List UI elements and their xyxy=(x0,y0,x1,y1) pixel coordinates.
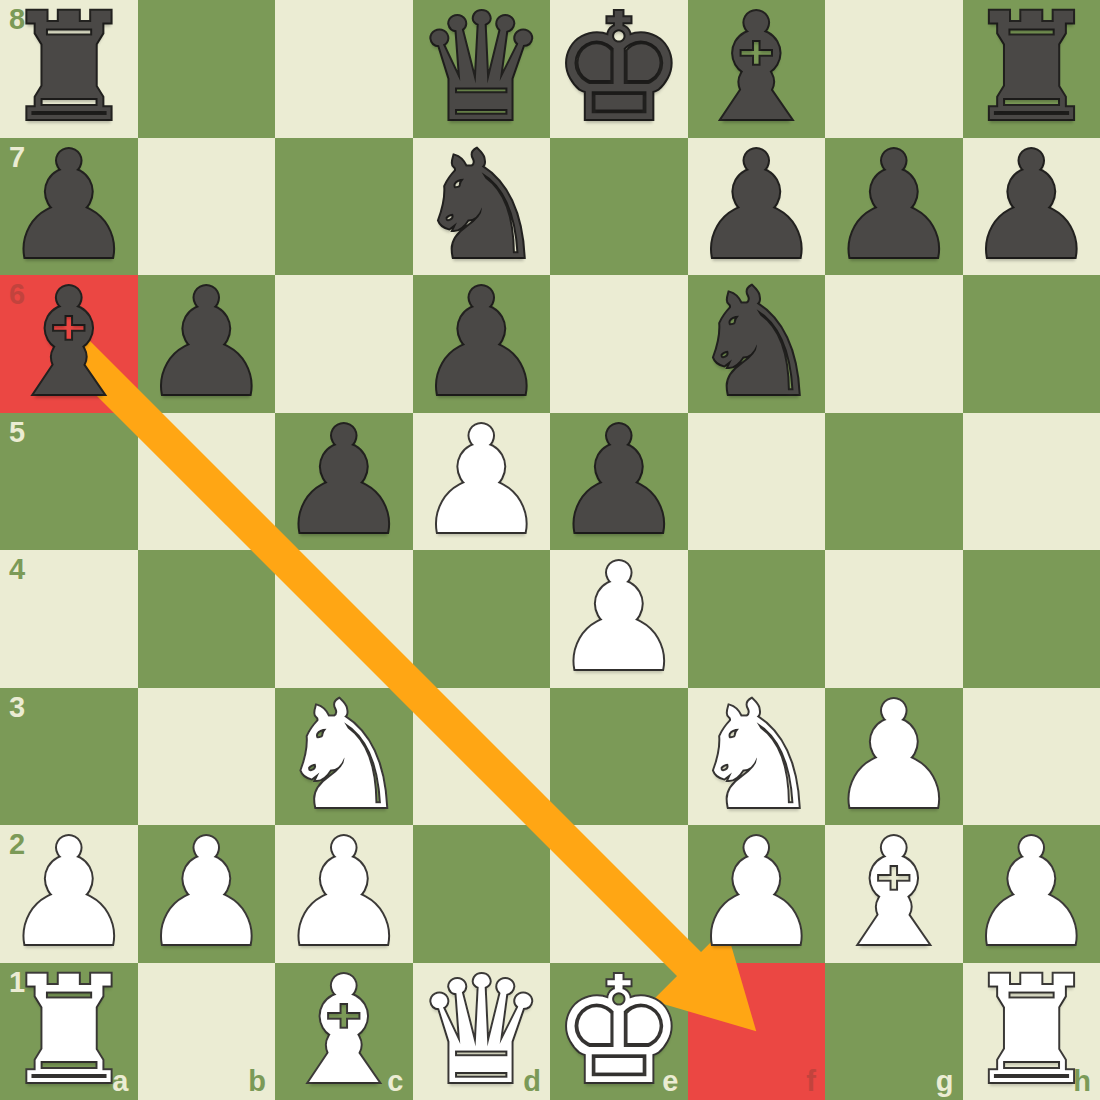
square-e3[interactable] xyxy=(550,688,688,826)
white-pawn-d5[interactable]: ♟ xyxy=(413,413,551,551)
black-pawn-e5[interactable]: ♟ xyxy=(550,413,688,551)
square-b5[interactable] xyxy=(138,413,276,551)
white-queen-d1[interactable]: ♛ xyxy=(413,963,551,1100)
square-d4[interactable] xyxy=(413,550,551,688)
square-e6[interactable] xyxy=(550,275,688,413)
black-knight-f6[interactable]: ♞ xyxy=(688,275,826,413)
black-knight-d7[interactable]: ♞ xyxy=(413,138,551,276)
square-a5[interactable]: 5 xyxy=(0,413,138,551)
white-bishop-c1[interactable]: ♝ xyxy=(275,963,413,1100)
black-pawn-f7[interactable]: ♟ xyxy=(688,138,826,276)
square-e2[interactable] xyxy=(550,825,688,963)
square-b1[interactable]: b xyxy=(138,963,276,1100)
square-b3[interactable] xyxy=(138,688,276,826)
square-e7[interactable] xyxy=(550,138,688,276)
black-king-e8[interactable]: ♚ xyxy=(550,0,688,138)
black-pawn-d6[interactable]: ♟ xyxy=(413,275,551,413)
square-b4[interactable] xyxy=(138,550,276,688)
square-g1[interactable]: g xyxy=(825,963,963,1100)
square-a4[interactable]: 4 xyxy=(0,550,138,688)
square-d3[interactable] xyxy=(413,688,551,826)
square-h6[interactable] xyxy=(963,275,1100,413)
square-b8[interactable] xyxy=(138,0,276,138)
white-pawn-h2[interactable]: ♟ xyxy=(963,825,1100,963)
square-h5[interactable] xyxy=(963,413,1100,551)
black-pawn-a7[interactable]: ♟ xyxy=(0,138,138,276)
black-bishop-f8[interactable]: ♝ xyxy=(688,0,826,138)
rank-label-3: 3 xyxy=(9,693,25,722)
square-g4[interactable] xyxy=(825,550,963,688)
square-c8[interactable] xyxy=(275,0,413,138)
square-g6[interactable] xyxy=(825,275,963,413)
white-pawn-c2[interactable]: ♟ xyxy=(275,825,413,963)
square-b7[interactable] xyxy=(138,138,276,276)
white-pawn-f2[interactable]: ♟ xyxy=(688,825,826,963)
black-rook-h8[interactable]: ♜ xyxy=(963,0,1100,138)
square-c6[interactable] xyxy=(275,275,413,413)
white-knight-c3[interactable]: ♞ xyxy=(275,688,413,826)
square-c4[interactable] xyxy=(275,550,413,688)
rank-label-4: 4 xyxy=(9,555,25,584)
square-f5[interactable] xyxy=(688,413,826,551)
black-pawn-g7[interactable]: ♟ xyxy=(825,138,963,276)
white-knight-f3[interactable]: ♞ xyxy=(688,688,826,826)
chess-board: 87654321abcdefgh♜♛♚♝♜♟♞♟♟♟♝♟♟♞♟♟♟♟♞♞♟♟♟♟… xyxy=(0,0,1100,1100)
square-c7[interactable] xyxy=(275,138,413,276)
black-pawn-b6[interactable]: ♟ xyxy=(138,275,276,413)
file-label-f: f xyxy=(806,1067,816,1096)
white-pawn-e4[interactable]: ♟ xyxy=(550,550,688,688)
white-pawn-b2[interactable]: ♟ xyxy=(138,825,276,963)
white-king-e1[interactable]: ♚ xyxy=(550,963,688,1100)
white-bishop-g2[interactable]: ♝ xyxy=(825,825,963,963)
white-pawn-a2[interactable]: ♟ xyxy=(0,825,138,963)
square-g5[interactable] xyxy=(825,413,963,551)
square-h3[interactable] xyxy=(963,688,1100,826)
file-label-g: g xyxy=(936,1067,954,1096)
square-g8[interactable] xyxy=(825,0,963,138)
file-label-b: b xyxy=(248,1067,266,1096)
white-rook-a1[interactable]: ♜ xyxy=(0,963,138,1100)
black-rook-a8[interactable]: ♜ xyxy=(0,0,138,138)
white-rook-h1[interactable]: ♜ xyxy=(963,963,1100,1100)
white-pawn-g3[interactable]: ♟ xyxy=(825,688,963,826)
black-queen-d8[interactable]: ♛ xyxy=(413,0,551,138)
square-d2[interactable] xyxy=(413,825,551,963)
square-f1[interactable]: f xyxy=(688,963,826,1100)
square-h4[interactable] xyxy=(963,550,1100,688)
square-f4[interactable] xyxy=(688,550,826,688)
black-pawn-h7[interactable]: ♟ xyxy=(963,138,1100,276)
square-a3[interactable]: 3 xyxy=(0,688,138,826)
black-pawn-c5[interactable]: ♟ xyxy=(275,413,413,551)
black-bishop-a6[interactable]: ♝ xyxy=(0,275,138,413)
